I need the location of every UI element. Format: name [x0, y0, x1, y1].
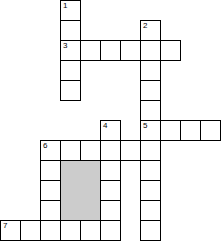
cell-r2-c6[interactable] [120, 40, 141, 61]
cell-r6-c8[interactable] [160, 120, 181, 141]
cell-r8-c5[interactable] [100, 160, 121, 181]
cell-r6-c9[interactable] [180, 120, 201, 141]
cell-r7-c4[interactable] [80, 140, 101, 161]
crossword-board: 1234567 [0, 0, 221, 241]
cell-r9-c2[interactable] [40, 180, 61, 201]
cell-r10-c2[interactable] [40, 200, 61, 221]
clue-number-4: 4 [103, 122, 107, 130]
clue-number-5: 5 [143, 122, 147, 130]
cell-r1-c7[interactable]: 2 [140, 20, 161, 41]
cell-r3-c7[interactable] [140, 60, 161, 81]
cell-r2-c4[interactable] [80, 40, 101, 61]
cell-r7-c3[interactable] [60, 140, 81, 161]
cell-r6-c7[interactable]: 5 [140, 120, 161, 141]
cell-r10-c5[interactable] [100, 200, 121, 221]
cell-r9-c5[interactable] [100, 180, 121, 201]
cell-r3-c3[interactable] [60, 60, 81, 81]
cell-r8-c2[interactable] [40, 160, 61, 181]
cell-r11-c0[interactable]: 7 [0, 220, 21, 241]
cell-r11-c4[interactable] [80, 220, 101, 241]
cell-r6-c5[interactable]: 4 [100, 120, 121, 141]
cell-r4-c7[interactable] [140, 80, 161, 101]
cell-r2-c3[interactable]: 3 [60, 40, 81, 61]
clue-number-2: 2 [143, 22, 147, 30]
clue-number-3: 3 [63, 42, 67, 50]
cell-r7-c6[interactable] [120, 140, 141, 161]
blocked-region [60, 160, 101, 221]
cell-r4-c3[interactable] [60, 80, 81, 101]
cell-r2-c7[interactable] [140, 40, 161, 61]
cell-r6-c10[interactable] [200, 120, 221, 141]
cell-r5-c7[interactable] [140, 100, 161, 121]
cell-r2-c5[interactable] [100, 40, 121, 61]
cell-r9-c7[interactable] [140, 180, 161, 201]
cell-r8-c7[interactable] [140, 160, 161, 181]
clue-number-1: 1 [63, 2, 67, 10]
cell-r0-c3[interactable]: 1 [60, 0, 81, 21]
cell-r2-c8[interactable] [160, 40, 181, 61]
cell-r11-c1[interactable] [20, 220, 41, 241]
cell-r11-c2[interactable] [40, 220, 61, 241]
clue-number-7: 7 [3, 222, 7, 230]
cell-r1-c3[interactable] [60, 20, 81, 41]
cell-r7-c7[interactable] [140, 140, 161, 161]
cell-r10-c7[interactable] [140, 200, 161, 221]
cell-r7-c2[interactable]: 6 [40, 140, 61, 161]
cell-r7-c5[interactable] [100, 140, 121, 161]
cell-r11-c3[interactable] [60, 220, 81, 241]
cell-r11-c7[interactable] [140, 220, 161, 241]
clue-number-6: 6 [43, 142, 47, 150]
cell-r11-c5[interactable] [100, 220, 121, 241]
